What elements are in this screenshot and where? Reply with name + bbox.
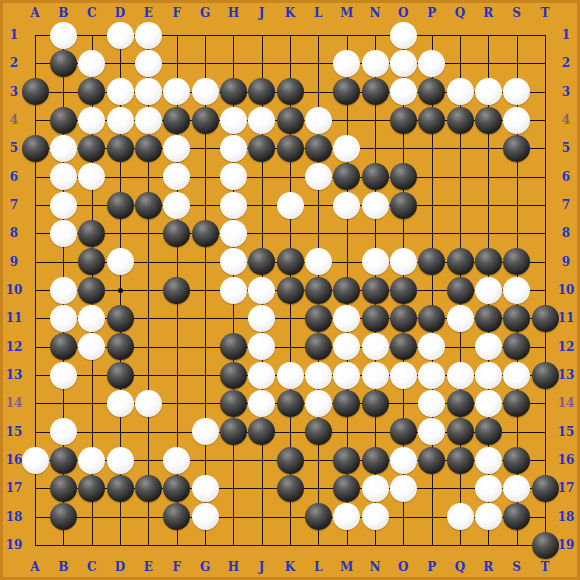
black-stone-S18[interactable] bbox=[503, 503, 530, 530]
white-stone-D16[interactable] bbox=[107, 447, 134, 474]
white-stone-J13[interactable] bbox=[248, 362, 275, 389]
black-stone-B17[interactable] bbox=[50, 475, 77, 502]
black-stone-P4[interactable] bbox=[418, 107, 445, 134]
black-stone-K17[interactable] bbox=[277, 475, 304, 502]
black-stone-L10[interactable] bbox=[305, 277, 332, 304]
black-stone-M17[interactable] bbox=[333, 475, 360, 502]
row-label-left-6: 6 bbox=[10, 170, 18, 184]
black-stone-H14[interactable] bbox=[220, 390, 247, 417]
white-stone-P12[interactable] bbox=[418, 333, 445, 360]
go-board[interactable] bbox=[3, 3, 577, 577]
black-stone-F10[interactable] bbox=[163, 277, 190, 304]
black-stone-E17[interactable] bbox=[135, 475, 162, 502]
black-stone-S5[interactable] bbox=[503, 135, 530, 162]
row-label-left-11: 11 bbox=[6, 311, 23, 325]
col-label-top-F: F bbox=[172, 6, 181, 20]
black-stone-Q9[interactable] bbox=[447, 248, 474, 275]
black-stone-B4[interactable] bbox=[50, 107, 77, 134]
white-stone-O2[interactable] bbox=[390, 50, 417, 77]
white-stone-N7[interactable] bbox=[362, 192, 389, 219]
row-label-right-7: 7 bbox=[562, 198, 570, 212]
black-stone-D7[interactable] bbox=[107, 192, 134, 219]
black-stone-B12[interactable] bbox=[50, 333, 77, 360]
black-stone-L18[interactable] bbox=[305, 503, 332, 530]
black-stone-M10[interactable] bbox=[333, 277, 360, 304]
white-stone-N17[interactable] bbox=[362, 475, 389, 502]
white-stone-Q3[interactable] bbox=[447, 78, 474, 105]
white-stone-S13[interactable] bbox=[503, 362, 530, 389]
row-label-left-14: 14 bbox=[6, 396, 23, 410]
white-stone-F5[interactable] bbox=[163, 135, 190, 162]
col-label-bottom-B: B bbox=[58, 560, 68, 574]
white-stone-G3[interactable] bbox=[192, 78, 219, 105]
col-label-bottom-H: H bbox=[228, 560, 239, 574]
black-stone-A3[interactable] bbox=[22, 78, 49, 105]
black-stone-O4[interactable] bbox=[390, 107, 417, 134]
black-stone-D11[interactable] bbox=[107, 305, 134, 332]
row-label-left-13: 13 bbox=[6, 368, 23, 382]
row-label-right-8: 8 bbox=[562, 226, 570, 240]
white-stone-Q13[interactable] bbox=[447, 362, 474, 389]
black-stone-Q16[interactable] bbox=[447, 447, 474, 474]
white-stone-N18[interactable] bbox=[362, 503, 389, 530]
grid-line bbox=[35, 545, 546, 546]
col-label-bottom-F: F bbox=[172, 560, 181, 574]
col-label-bottom-G: G bbox=[200, 560, 210, 574]
white-stone-L4[interactable] bbox=[305, 107, 332, 134]
col-label-bottom-S: S bbox=[512, 560, 521, 574]
black-stone-R4[interactable] bbox=[475, 107, 502, 134]
col-label-bottom-O: O bbox=[398, 560, 408, 574]
white-stone-B10[interactable] bbox=[50, 277, 77, 304]
col-label-top-G: G bbox=[200, 6, 210, 20]
row-label-left-10: 10 bbox=[6, 283, 23, 297]
black-stone-H13[interactable] bbox=[220, 362, 247, 389]
white-stone-L14[interactable] bbox=[305, 390, 332, 417]
white-stone-R17[interactable] bbox=[475, 475, 502, 502]
black-stone-P11[interactable] bbox=[418, 305, 445, 332]
white-stone-D4[interactable] bbox=[107, 107, 134, 134]
col-label-top-R: R bbox=[483, 6, 493, 20]
row-label-right-9: 9 bbox=[562, 255, 570, 269]
black-stone-D13[interactable] bbox=[107, 362, 134, 389]
row-label-right-16: 16 bbox=[558, 453, 575, 467]
col-label-top-Q: Q bbox=[455, 6, 465, 20]
white-stone-D9[interactable] bbox=[107, 248, 134, 275]
col-label-top-A: A bbox=[30, 6, 39, 20]
black-stone-T17[interactable] bbox=[532, 475, 559, 502]
white-stone-E3[interactable] bbox=[135, 78, 162, 105]
white-stone-B15[interactable] bbox=[50, 418, 77, 445]
col-label-top-J: J bbox=[259, 6, 265, 20]
row-label-left-19: 19 bbox=[6, 538, 23, 552]
white-stone-C2[interactable] bbox=[78, 50, 105, 77]
row-label-right-11: 11 bbox=[558, 311, 575, 325]
white-stone-C6[interactable] bbox=[78, 163, 105, 190]
black-stone-S11[interactable] bbox=[503, 305, 530, 332]
white-stone-G15[interactable] bbox=[192, 418, 219, 445]
white-stone-A16[interactable] bbox=[22, 447, 49, 474]
white-stone-B5[interactable] bbox=[50, 135, 77, 162]
row-label-left-16: 16 bbox=[6, 453, 23, 467]
row-label-left-17: 17 bbox=[6, 481, 23, 495]
col-label-bottom-T: T bbox=[541, 560, 550, 574]
black-stone-O10[interactable] bbox=[390, 277, 417, 304]
black-stone-O6[interactable] bbox=[390, 163, 417, 190]
black-stone-Q14[interactable] bbox=[447, 390, 474, 417]
col-label-top-O: O bbox=[398, 6, 408, 20]
black-stone-S14[interactable] bbox=[503, 390, 530, 417]
col-label-bottom-L: L bbox=[314, 560, 322, 574]
white-stone-E2[interactable] bbox=[135, 50, 162, 77]
white-stone-P13[interactable] bbox=[418, 362, 445, 389]
black-stone-S12[interactable] bbox=[503, 333, 530, 360]
col-label-top-H: H bbox=[228, 6, 239, 20]
row-label-left-1: 1 bbox=[10, 28, 18, 42]
black-stone-F4[interactable] bbox=[163, 107, 190, 134]
black-stone-C5[interactable] bbox=[78, 135, 105, 162]
white-stone-M7[interactable] bbox=[333, 192, 360, 219]
col-label-bottom-M: M bbox=[340, 560, 353, 574]
white-stone-H5[interactable] bbox=[220, 135, 247, 162]
black-stone-C8[interactable] bbox=[78, 220, 105, 247]
white-stone-B7[interactable] bbox=[50, 192, 77, 219]
white-stone-O17[interactable] bbox=[390, 475, 417, 502]
white-stone-O16[interactable] bbox=[390, 447, 417, 474]
black-stone-E5[interactable] bbox=[135, 135, 162, 162]
black-stone-T19[interactable] bbox=[532, 532, 559, 559]
row-label-right-4: 4 bbox=[562, 113, 570, 127]
black-stone-B2[interactable] bbox=[50, 50, 77, 77]
white-stone-P15[interactable] bbox=[418, 418, 445, 445]
white-stone-E4[interactable] bbox=[135, 107, 162, 134]
white-stone-R3[interactable] bbox=[475, 78, 502, 105]
black-stone-C9[interactable] bbox=[78, 248, 105, 275]
col-label-bottom-R: R bbox=[483, 560, 493, 574]
star-point bbox=[118, 288, 123, 293]
white-stone-N9[interactable] bbox=[362, 248, 389, 275]
white-stone-F16[interactable] bbox=[163, 447, 190, 474]
row-label-right-6: 6 bbox=[562, 170, 570, 184]
black-stone-J5[interactable] bbox=[248, 135, 275, 162]
black-stone-K10[interactable] bbox=[277, 277, 304, 304]
black-stone-O7[interactable] bbox=[390, 192, 417, 219]
black-stone-H12[interactable] bbox=[220, 333, 247, 360]
row-label-right-12: 12 bbox=[558, 340, 575, 354]
white-stone-M11[interactable] bbox=[333, 305, 360, 332]
white-stone-B1[interactable] bbox=[50, 22, 77, 49]
col-label-top-N: N bbox=[370, 6, 381, 20]
black-stone-F8[interactable] bbox=[163, 220, 190, 247]
row-label-right-10: 10 bbox=[558, 283, 575, 297]
white-stone-M2[interactable] bbox=[333, 50, 360, 77]
white-stone-D3[interactable] bbox=[107, 78, 134, 105]
col-label-bottom-C: C bbox=[87, 560, 97, 574]
row-label-left-18: 18 bbox=[6, 510, 23, 524]
white-stone-H7[interactable] bbox=[220, 192, 247, 219]
row-label-left-15: 15 bbox=[6, 425, 23, 439]
black-stone-F18[interactable] bbox=[163, 503, 190, 530]
col-label-bottom-E: E bbox=[144, 560, 153, 574]
black-stone-Q4[interactable] bbox=[447, 107, 474, 134]
white-stone-P2[interactable] bbox=[418, 50, 445, 77]
white-stone-R12[interactable] bbox=[475, 333, 502, 360]
white-stone-M18[interactable] bbox=[333, 503, 360, 530]
col-label-top-T: T bbox=[541, 6, 550, 20]
black-stone-D17[interactable] bbox=[107, 475, 134, 502]
black-stone-K4[interactable] bbox=[277, 107, 304, 134]
black-stone-O12[interactable] bbox=[390, 333, 417, 360]
black-stone-Q10[interactable] bbox=[447, 277, 474, 304]
col-label-bottom-D: D bbox=[115, 560, 125, 574]
black-stone-K3[interactable] bbox=[277, 78, 304, 105]
row-label-left-8: 8 bbox=[10, 226, 18, 240]
white-stone-O13[interactable] bbox=[390, 362, 417, 389]
black-stone-K16[interactable] bbox=[277, 447, 304, 474]
white-stone-O3[interactable] bbox=[390, 78, 417, 105]
col-label-top-L: L bbox=[314, 6, 322, 20]
white-stone-J11[interactable] bbox=[248, 305, 275, 332]
white-stone-J12[interactable] bbox=[248, 333, 275, 360]
row-label-right-3: 3 bbox=[562, 85, 570, 99]
black-stone-O15[interactable] bbox=[390, 418, 417, 445]
row-label-left-3: 3 bbox=[10, 85, 18, 99]
white-stone-D1[interactable] bbox=[107, 22, 134, 49]
black-stone-G8[interactable] bbox=[192, 220, 219, 247]
white-stone-G18[interactable] bbox=[192, 503, 219, 530]
black-stone-D12[interactable] bbox=[107, 333, 134, 360]
white-stone-S17[interactable] bbox=[503, 475, 530, 502]
white-stone-H8[interactable] bbox=[220, 220, 247, 247]
white-stone-M12[interactable] bbox=[333, 333, 360, 360]
row-label-left-2: 2 bbox=[10, 56, 18, 70]
row-label-right-17: 17 bbox=[558, 481, 575, 495]
black-stone-R9[interactable] bbox=[475, 248, 502, 275]
white-stone-F7[interactable] bbox=[163, 192, 190, 219]
white-stone-H4[interactable] bbox=[220, 107, 247, 134]
black-stone-L11[interactable] bbox=[305, 305, 332, 332]
row-label-right-19: 19 bbox=[558, 538, 575, 552]
black-stone-K9[interactable] bbox=[277, 248, 304, 275]
white-stone-N13[interactable] bbox=[362, 362, 389, 389]
black-stone-J3[interactable] bbox=[248, 78, 275, 105]
row-label-right-18: 18 bbox=[558, 510, 575, 524]
white-stone-C4[interactable] bbox=[78, 107, 105, 134]
col-label-top-B: B bbox=[58, 6, 68, 20]
white-stone-L13[interactable] bbox=[305, 362, 332, 389]
white-stone-D14[interactable] bbox=[107, 390, 134, 417]
white-stone-B11[interactable] bbox=[50, 305, 77, 332]
white-stone-R13[interactable] bbox=[475, 362, 502, 389]
black-stone-L15[interactable] bbox=[305, 418, 332, 445]
white-stone-Q18[interactable] bbox=[447, 503, 474, 530]
row-label-left-7: 7 bbox=[10, 198, 18, 212]
white-stone-B6[interactable] bbox=[50, 163, 77, 190]
white-stone-B13[interactable] bbox=[50, 362, 77, 389]
row-label-right-2: 2 bbox=[562, 56, 570, 70]
white-stone-H10[interactable] bbox=[220, 277, 247, 304]
white-stone-Q11[interactable] bbox=[447, 305, 474, 332]
black-stone-L5[interactable] bbox=[305, 135, 332, 162]
white-stone-S4[interactable] bbox=[503, 107, 530, 134]
black-stone-P9[interactable] bbox=[418, 248, 445, 275]
black-stone-B16[interactable] bbox=[50, 447, 77, 474]
white-stone-J14[interactable] bbox=[248, 390, 275, 417]
col-label-bottom-J: J bbox=[259, 560, 265, 574]
col-label-bottom-K: K bbox=[285, 560, 295, 574]
black-stone-P16[interactable] bbox=[418, 447, 445, 474]
white-stone-J4[interactable] bbox=[248, 107, 275, 134]
col-label-bottom-A: A bbox=[30, 560, 39, 574]
white-stone-J10[interactable] bbox=[248, 277, 275, 304]
white-stone-P14[interactable] bbox=[418, 390, 445, 417]
white-stone-C12[interactable] bbox=[78, 333, 105, 360]
col-label-bottom-Q: Q bbox=[455, 560, 465, 574]
black-stone-G4[interactable] bbox=[192, 107, 219, 134]
row-label-left-5: 5 bbox=[10, 141, 18, 155]
white-stone-H9[interactable] bbox=[220, 248, 247, 275]
black-stone-P3[interactable] bbox=[418, 78, 445, 105]
black-stone-J15[interactable] bbox=[248, 418, 275, 445]
black-stone-H3[interactable] bbox=[220, 78, 247, 105]
black-stone-S16[interactable] bbox=[503, 447, 530, 474]
col-label-bottom-P: P bbox=[427, 560, 436, 574]
white-stone-E1[interactable] bbox=[135, 22, 162, 49]
go-app-window: AABBCCDDEEFFGGHHJJKKLLMMNNOOPPQQRRSSTT11… bbox=[0, 0, 580, 580]
white-stone-L9[interactable] bbox=[305, 248, 332, 275]
row-label-right-14: 14 bbox=[558, 396, 575, 410]
white-stone-R16[interactable] bbox=[475, 447, 502, 474]
white-stone-F6[interactable] bbox=[163, 163, 190, 190]
row-label-left-4: 4 bbox=[10, 113, 18, 127]
row-label-right-15: 15 bbox=[558, 425, 575, 439]
row-label-right-5: 5 bbox=[562, 141, 570, 155]
black-stone-H15[interactable] bbox=[220, 418, 247, 445]
white-stone-S10[interactable] bbox=[503, 277, 530, 304]
black-stone-R11[interactable] bbox=[475, 305, 502, 332]
white-stone-L6[interactable] bbox=[305, 163, 332, 190]
row-label-left-12: 12 bbox=[6, 340, 23, 354]
col-label-top-P: P bbox=[427, 6, 436, 20]
col-label-top-D: D bbox=[115, 6, 125, 20]
black-stone-N16[interactable] bbox=[362, 447, 389, 474]
white-stone-K13[interactable] bbox=[277, 362, 304, 389]
col-label-top-E: E bbox=[144, 6, 153, 20]
black-stone-T11[interactable] bbox=[532, 305, 559, 332]
black-stone-R15[interactable] bbox=[475, 418, 502, 445]
black-stone-C3[interactable] bbox=[78, 78, 105, 105]
white-stone-M5[interactable] bbox=[333, 135, 360, 162]
black-stone-Q15[interactable] bbox=[447, 418, 474, 445]
grid-line bbox=[545, 35, 546, 546]
black-stone-N14[interactable] bbox=[362, 390, 389, 417]
white-stone-R18[interactable] bbox=[475, 503, 502, 530]
black-stone-N3[interactable] bbox=[362, 78, 389, 105]
white-stone-R10[interactable] bbox=[475, 277, 502, 304]
row-label-left-9: 9 bbox=[10, 255, 18, 269]
col-label-top-K: K bbox=[285, 6, 295, 20]
black-stone-A5[interactable] bbox=[22, 135, 49, 162]
black-stone-L12[interactable] bbox=[305, 333, 332, 360]
black-stone-S9[interactable] bbox=[503, 248, 530, 275]
black-stone-D5[interactable] bbox=[107, 135, 134, 162]
white-stone-F3[interactable] bbox=[163, 78, 190, 105]
col-label-top-M: M bbox=[340, 6, 353, 20]
black-stone-N11[interactable] bbox=[362, 305, 389, 332]
white-stone-N2[interactable] bbox=[362, 50, 389, 77]
white-stone-B8[interactable] bbox=[50, 220, 77, 247]
white-stone-C11[interactable] bbox=[78, 305, 105, 332]
white-stone-C16[interactable] bbox=[78, 447, 105, 474]
black-stone-N10[interactable] bbox=[362, 277, 389, 304]
black-stone-O11[interactable] bbox=[390, 305, 417, 332]
white-stone-S3[interactable] bbox=[503, 78, 530, 105]
black-stone-N6[interactable] bbox=[362, 163, 389, 190]
black-stone-J9[interactable] bbox=[248, 248, 275, 275]
black-stone-F17[interactable] bbox=[163, 475, 190, 502]
black-stone-M3[interactable] bbox=[333, 78, 360, 105]
black-stone-K14[interactable] bbox=[277, 390, 304, 417]
row-label-right-1: 1 bbox=[562, 28, 570, 42]
black-stone-K5[interactable] bbox=[277, 135, 304, 162]
white-stone-G17[interactable] bbox=[192, 475, 219, 502]
white-stone-O1[interactable] bbox=[390, 22, 417, 49]
black-stone-C10[interactable] bbox=[78, 277, 105, 304]
white-stone-H6[interactable] bbox=[220, 163, 247, 190]
black-stone-E7[interactable] bbox=[135, 192, 162, 219]
black-stone-M16[interactable] bbox=[333, 447, 360, 474]
black-stone-M14[interactable] bbox=[333, 390, 360, 417]
white-stone-M13[interactable] bbox=[333, 362, 360, 389]
black-stone-M6[interactable] bbox=[333, 163, 360, 190]
white-stone-E14[interactable] bbox=[135, 390, 162, 417]
white-stone-K7[interactable] bbox=[277, 192, 304, 219]
col-label-top-S: S bbox=[512, 6, 521, 20]
black-stone-B18[interactable] bbox=[50, 503, 77, 530]
black-stone-T13[interactable] bbox=[532, 362, 559, 389]
white-stone-O9[interactable] bbox=[390, 248, 417, 275]
col-label-top-C: C bbox=[87, 6, 97, 20]
col-label-bottom-N: N bbox=[370, 560, 381, 574]
white-stone-R14[interactable] bbox=[475, 390, 502, 417]
row-label-right-13: 13 bbox=[558, 368, 575, 382]
white-stone-N12[interactable] bbox=[362, 333, 389, 360]
black-stone-C17[interactable] bbox=[78, 475, 105, 502]
